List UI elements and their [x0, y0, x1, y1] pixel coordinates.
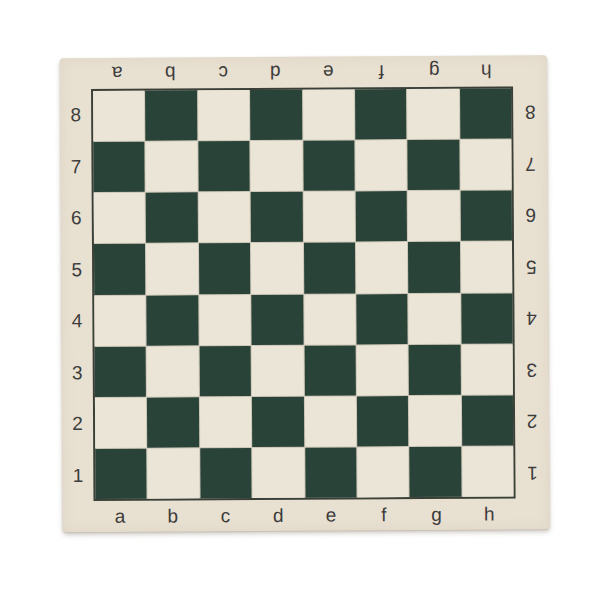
file-label-top-f: f [355, 56, 408, 87]
square-g5[interactable] [408, 242, 460, 292]
file-labels-bottom: abcdefgh [94, 498, 516, 532]
square-b3[interactable] [147, 346, 199, 396]
rank-label-right-6: 6 [514, 189, 548, 241]
square-g1[interactable] [409, 447, 461, 497]
rank-label-left-8: 8 [60, 89, 91, 141]
file-label-bottom-b: b [146, 500, 199, 531]
rank-label-right-5: 5 [514, 241, 548, 293]
square-h2[interactable] [462, 395, 514, 445]
file-label-bottom-a: a [94, 501, 147, 532]
square-a6[interactable] [94, 193, 146, 243]
square-f1[interactable] [357, 447, 409, 497]
square-g3[interactable] [409, 344, 461, 394]
square-e6[interactable] [303, 192, 355, 242]
square-c3[interactable] [199, 346, 251, 396]
square-e5[interactable] [303, 243, 355, 293]
rank-label-right-8: 8 [513, 86, 547, 138]
file-label-top-a: a [91, 58, 144, 89]
rank-label-right-7: 7 [513, 138, 547, 190]
file-label-top-b: b [144, 57, 197, 88]
rank-labels-left: 87654321 [60, 89, 94, 501]
rank-label-left-4: 4 [61, 295, 92, 347]
square-g4[interactable] [409, 293, 461, 343]
square-d7[interactable] [250, 141, 302, 191]
file-label-bottom-h: h [463, 498, 516, 529]
square-b5[interactable] [146, 244, 198, 294]
file-label-top-c: c [196, 57, 249, 88]
file-label-top-g: g [407, 56, 460, 87]
square-b7[interactable] [146, 141, 198, 191]
rank-label-left-2: 2 [62, 398, 93, 450]
square-b1[interactable] [148, 448, 200, 498]
square-b4[interactable] [147, 295, 199, 345]
square-f2[interactable] [357, 396, 409, 446]
square-b2[interactable] [147, 397, 199, 447]
square-a4[interactable] [94, 295, 146, 345]
square-h1[interactable] [462, 446, 514, 496]
square-f6[interactable] [356, 191, 408, 241]
square-f8[interactable] [355, 89, 407, 139]
square-b6[interactable] [146, 193, 198, 243]
square-d8[interactable] [250, 90, 302, 140]
square-h6[interactable] [460, 191, 512, 241]
file-label-bottom-f: f [357, 499, 410, 530]
rank-label-right-1: 1 [515, 447, 549, 499]
square-g2[interactable] [409, 396, 461, 446]
square-a3[interactable] [95, 346, 147, 396]
square-d2[interactable] [252, 396, 304, 446]
square-a2[interactable] [95, 397, 147, 447]
square-c1[interactable] [200, 448, 252, 498]
square-d3[interactable] [252, 345, 304, 395]
rank-label-left-6: 6 [61, 192, 92, 244]
square-h5[interactable] [461, 242, 513, 292]
square-h7[interactable] [460, 140, 512, 190]
file-label-bottom-d: d [252, 500, 305, 531]
square-d4[interactable] [251, 294, 303, 344]
square-g8[interactable] [407, 89, 459, 139]
file-label-bottom-e: e [305, 499, 358, 530]
rank-label-right-4: 4 [514, 292, 548, 344]
square-d1[interactable] [252, 448, 304, 498]
square-c7[interactable] [198, 141, 250, 191]
square-d6[interactable] [251, 192, 303, 242]
rank-label-left-1: 1 [62, 449, 93, 501]
square-c4[interactable] [199, 295, 251, 345]
rank-label-left-3: 3 [62, 346, 93, 398]
square-e1[interactable] [305, 447, 357, 497]
square-d5[interactable] [251, 243, 303, 293]
square-g7[interactable] [408, 140, 460, 190]
file-label-top-h: h [460, 55, 513, 86]
square-e4[interactable] [304, 294, 356, 344]
square-h3[interactable] [461, 344, 513, 394]
square-e3[interactable] [304, 345, 356, 395]
square-a7[interactable] [93, 142, 145, 192]
square-f5[interactable] [356, 242, 408, 292]
rank-label-right-3: 3 [515, 344, 549, 396]
square-a5[interactable] [94, 244, 146, 294]
square-g6[interactable] [408, 191, 460, 241]
rank-labels-right: 87654321 [513, 86, 550, 498]
square-a1[interactable] [95, 449, 147, 499]
rank-label-left-7: 7 [60, 141, 91, 193]
file-label-bottom-c: c [199, 500, 252, 531]
square-c6[interactable] [198, 192, 250, 242]
square-f3[interactable] [356, 345, 408, 395]
file-label-top-e: e [302, 56, 355, 87]
square-c5[interactable] [199, 243, 251, 293]
square-a8[interactable] [93, 91, 145, 141]
square-b8[interactable] [145, 90, 197, 140]
chessboard-mat: abcdefgh 87654321 87654321 abcdefgh [60, 55, 550, 532]
file-label-top-d: d [249, 57, 302, 88]
square-e7[interactable] [303, 141, 355, 191]
square-h4[interactable] [461, 293, 513, 343]
photo-background: abcdefgh 87654321 87654321 abcdefgh [0, 0, 600, 600]
square-e8[interactable] [303, 89, 355, 139]
square-c2[interactable] [200, 397, 252, 447]
rank-label-right-2: 2 [515, 395, 549, 447]
square-h8[interactable] [460, 88, 512, 138]
square-f4[interactable] [356, 294, 408, 344]
square-c8[interactable] [198, 90, 250, 140]
rank-label-left-5: 5 [61, 244, 92, 296]
file-label-bottom-g: g [410, 499, 463, 530]
square-f7[interactable] [355, 140, 407, 190]
file-labels-top: abcdefgh [91, 55, 513, 89]
board-grid [91, 86, 516, 501]
square-e2[interactable] [304, 396, 356, 446]
